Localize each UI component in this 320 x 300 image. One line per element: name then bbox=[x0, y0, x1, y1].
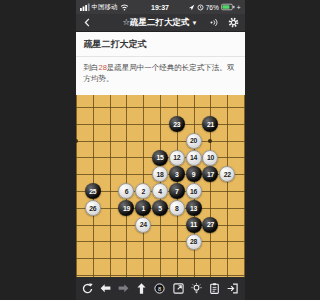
app-screen: 中国移动 19:37 76% + ☆疏星二打大定式 ▼ 疏星二打大定式 到白28… bbox=[76, 0, 245, 300]
restart-icon[interactable] bbox=[81, 282, 94, 295]
stone-white-4[interactable]: 4 bbox=[152, 183, 168, 199]
stone-white-18[interactable]: 18 bbox=[152, 166, 168, 182]
notes-clipboard-icon[interactable] bbox=[208, 282, 221, 295]
chevron-down-icon: ▼ bbox=[192, 20, 198, 26]
stone-black-7[interactable]: 7 bbox=[169, 183, 185, 199]
svg-text:8: 8 bbox=[158, 286, 161, 292]
stone-white-2[interactable]: 2 bbox=[135, 183, 151, 199]
battery-percent: 76% bbox=[206, 4, 219, 11]
move-number-highlight: 28 bbox=[99, 63, 107, 72]
stone-white-26[interactable]: 26 bbox=[85, 200, 101, 216]
exit-icon[interactable] bbox=[226, 282, 239, 295]
redo-arrow-icon[interactable] bbox=[117, 282, 130, 295]
wifi-icon bbox=[120, 3, 129, 11]
stone-white-12[interactable]: 12 bbox=[169, 150, 185, 166]
charging-plus: + bbox=[237, 4, 241, 11]
joseki-description: 到白28是疏星局中一个经典的长定式下法。双方均势。 bbox=[76, 57, 245, 90]
stone-white-24[interactable]: 24 bbox=[135, 217, 151, 233]
stone-black-25[interactable]: 25 bbox=[85, 183, 101, 199]
stone-black-5[interactable]: 5 bbox=[152, 200, 168, 216]
stone-white-6[interactable]: 6 bbox=[118, 183, 134, 199]
star-point bbox=[76, 139, 79, 143]
joseki-heading: 疏星二打大定式 bbox=[76, 32, 245, 56]
stone-black-1[interactable]: 1 bbox=[135, 200, 151, 216]
stone-white-10[interactable]: 10 bbox=[202, 150, 218, 166]
stone-white-28[interactable]: 28 bbox=[186, 234, 202, 250]
stone-black-17[interactable]: 17 bbox=[202, 166, 218, 182]
clock: 19:37 bbox=[151, 4, 169, 11]
stone-black-15[interactable]: 15 bbox=[152, 150, 168, 166]
stone-black-21[interactable]: 21 bbox=[202, 116, 218, 132]
battery-icon bbox=[221, 3, 235, 11]
page-title: ☆疏星二打大定式 bbox=[122, 17, 189, 29]
up-arrow-icon[interactable] bbox=[135, 282, 148, 295]
signal-bars-icon bbox=[80, 3, 90, 11]
stone-black-23[interactable]: 23 bbox=[169, 116, 185, 132]
hint-bulb-icon[interactable] bbox=[190, 282, 203, 295]
stone-white-14[interactable]: 14 bbox=[186, 150, 202, 166]
star-point bbox=[208, 139, 212, 143]
status-bar: 中国移动 19:37 76% + bbox=[76, 0, 245, 14]
description-panel: 疏星二打大定式 到白28是疏星局中一个经典的长定式下法。双方均势。 bbox=[76, 32, 245, 95]
stone-white-8[interactable]: 8 bbox=[169, 200, 185, 216]
bottom-toolbar: 8 bbox=[76, 277, 245, 300]
alarm-icon bbox=[197, 4, 204, 11]
stone-black-9[interactable]: 9 bbox=[186, 166, 202, 182]
go-board[interactable]: 1234567891011121314151617181920212223242… bbox=[76, 95, 245, 277]
stone-number-toggle-icon[interactable]: 8 bbox=[153, 282, 166, 295]
back-chevron-icon[interactable] bbox=[82, 17, 93, 28]
location-arrow-icon bbox=[188, 4, 195, 11]
carrier-label: 中国移动 bbox=[92, 3, 118, 12]
stone-black-19[interactable]: 19 bbox=[118, 200, 134, 216]
undo-arrow-icon[interactable] bbox=[99, 282, 112, 295]
stone-black-13[interactable]: 13 bbox=[186, 200, 202, 216]
sound-readaloud-icon[interactable] bbox=[209, 17, 220, 28]
stone-black-27[interactable]: 27 bbox=[202, 217, 218, 233]
stone-black-3[interactable]: 3 bbox=[169, 166, 185, 182]
nav-bar: ☆疏星二打大定式 ▼ bbox=[76, 14, 245, 32]
stone-white-20[interactable]: 20 bbox=[186, 133, 202, 149]
page-title-dropdown[interactable]: ☆疏星二打大定式 ▼ bbox=[122, 17, 197, 29]
stone-white-22[interactable]: 22 bbox=[219, 166, 235, 182]
stone-white-16[interactable]: 16 bbox=[186, 183, 202, 199]
gear-icon[interactable] bbox=[228, 17, 239, 28]
stone-black-11[interactable]: 11 bbox=[186, 217, 202, 233]
expand-icon[interactable] bbox=[172, 282, 185, 295]
